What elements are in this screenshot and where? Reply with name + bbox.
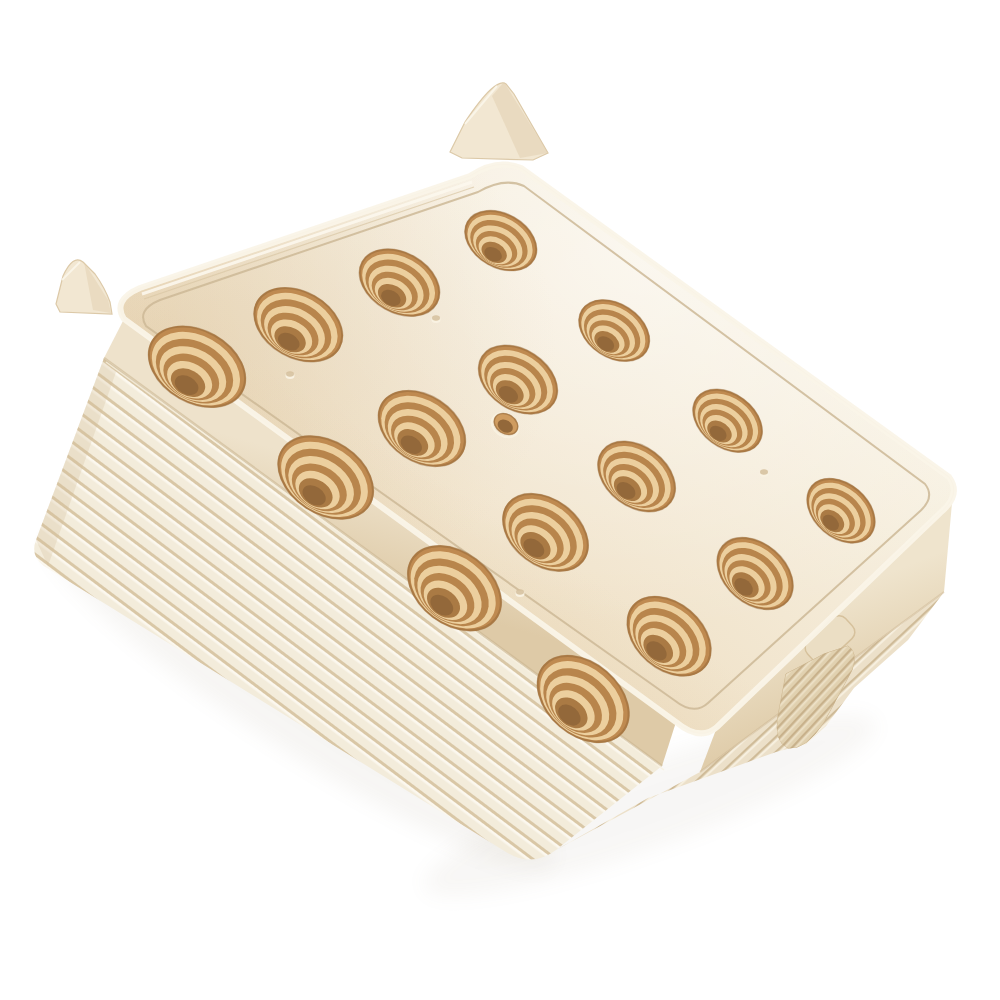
corner-fin-top — [450, 82, 548, 160]
surface-dimple-4 — [286, 371, 295, 379]
surface-dimple-2 — [760, 469, 769, 477]
tray-stack-photo — [0, 0, 1000, 1000]
surface-dimple-3 — [516, 589, 525, 597]
photo-canvas — [0, 0, 1000, 1000]
corner-fin-left — [56, 260, 112, 314]
surface-dimple-1 — [432, 315, 441, 323]
